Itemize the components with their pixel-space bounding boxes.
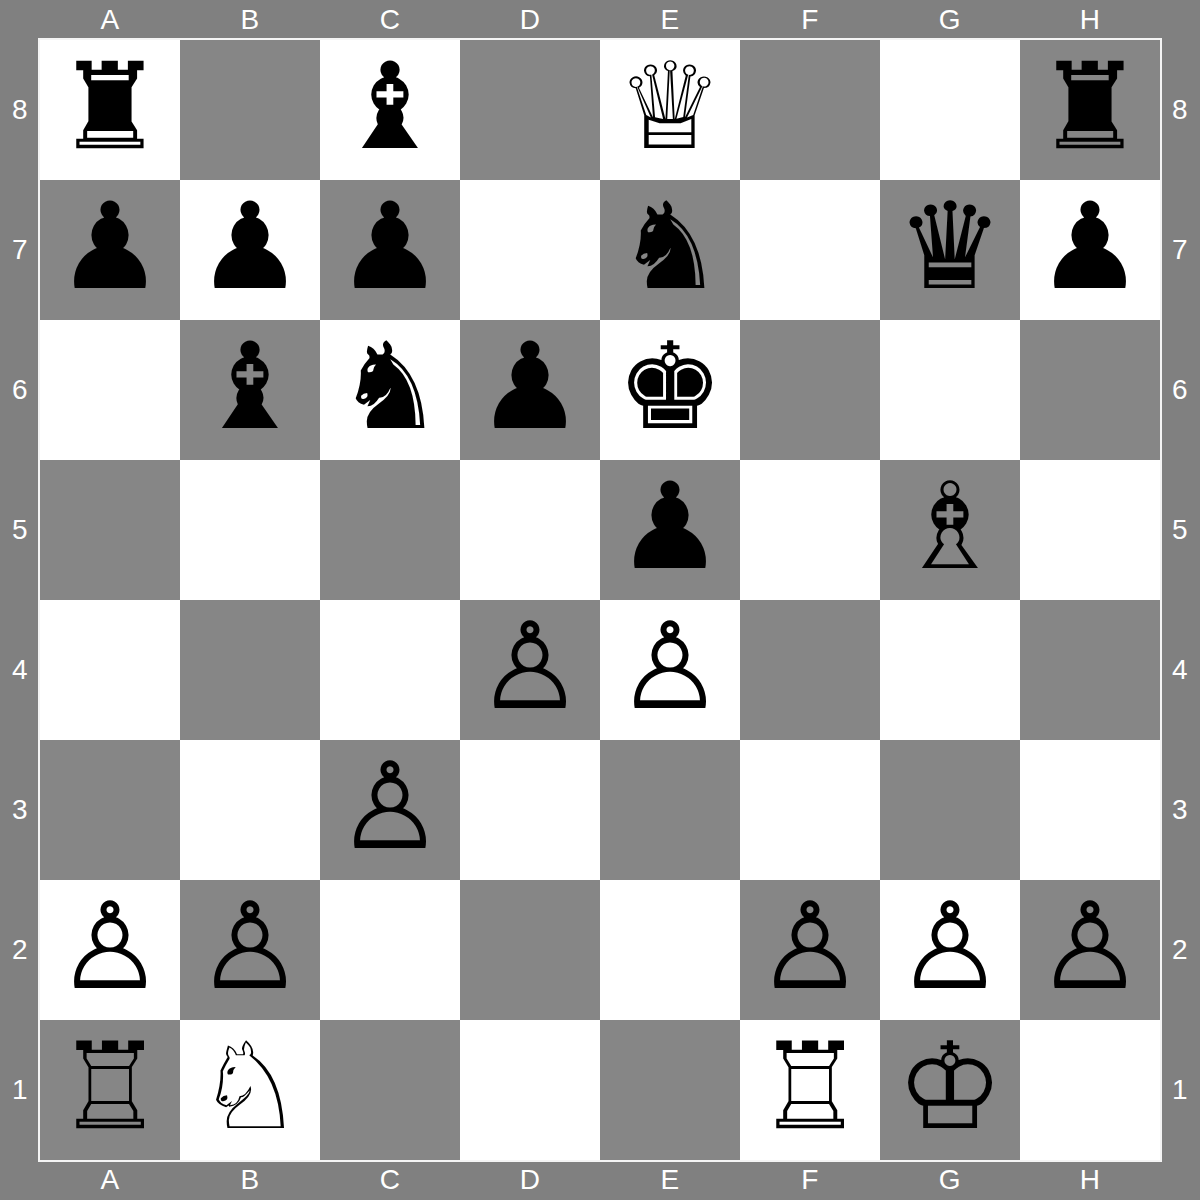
rank-label-right-5: 5 xyxy=(1160,460,1200,600)
black-bishop-piece[interactable]: ♝ xyxy=(336,40,444,177)
black-queen-piece[interactable]: ♛ xyxy=(896,180,1004,317)
square-e4[interactable]: ♙ xyxy=(600,600,740,740)
square-c8[interactable]: ♝ xyxy=(320,40,460,180)
square-f4[interactable] xyxy=(740,600,880,740)
square-g8[interactable] xyxy=(880,40,1020,180)
file-label-top-e: E xyxy=(600,0,740,40)
rank-label-left-3: 3 xyxy=(0,740,40,880)
rank-label-left-8: 8 xyxy=(0,40,40,180)
square-e2[interactable] xyxy=(600,880,740,1020)
square-a8[interactable]: ♜ xyxy=(40,40,180,180)
square-e1[interactable] xyxy=(600,1020,740,1160)
square-d6[interactable]: ♟ xyxy=(460,320,600,460)
frame-corner-bottom-right xyxy=(1160,1160,1200,1200)
white-pawn-piece[interactable]: ♙ xyxy=(1036,880,1144,1017)
square-c5[interactable] xyxy=(320,460,460,600)
square-h4[interactable] xyxy=(1020,600,1160,740)
file-label-top-f: F xyxy=(740,0,880,40)
square-c7[interactable]: ♟ xyxy=(320,180,460,320)
rank-label-right-2: 2 xyxy=(1160,880,1200,1020)
white-knight-piece[interactable]: ♘ xyxy=(196,1020,304,1157)
white-pawn-piece[interactable]: ♙ xyxy=(616,600,724,737)
square-b5[interactable] xyxy=(180,460,320,600)
file-label-top-a: A xyxy=(40,0,180,40)
rank-label-left-5: 5 xyxy=(0,460,40,600)
rank-label-right-8: 8 xyxy=(1160,40,1200,180)
white-pawn-piece[interactable]: ♙ xyxy=(756,880,864,1017)
rank-label-left-2: 2 xyxy=(0,880,40,1020)
rank-label-left-7: 7 xyxy=(0,180,40,320)
square-e6[interactable]: ♚ xyxy=(600,320,740,460)
square-f3[interactable] xyxy=(740,740,880,880)
square-g5[interactable]: ♗ xyxy=(880,460,1020,600)
rank-label-right-6: 6 xyxy=(1160,320,1200,460)
square-g6[interactable] xyxy=(880,320,1020,460)
square-h7[interactable]: ♟ xyxy=(1020,180,1160,320)
square-a3[interactable] xyxy=(40,740,180,880)
square-d8[interactable] xyxy=(460,40,600,180)
square-e8[interactable]: ♕ xyxy=(600,40,740,180)
square-e5[interactable]: ♟ xyxy=(600,460,740,600)
square-a7[interactable]: ♟ xyxy=(40,180,180,320)
square-d2[interactable] xyxy=(460,880,600,1020)
square-d5[interactable] xyxy=(460,460,600,600)
square-c4[interactable] xyxy=(320,600,460,740)
file-label-top-h: H xyxy=(1020,0,1160,40)
black-knight-piece[interactable]: ♞ xyxy=(336,320,444,457)
rank-label-right-3: 3 xyxy=(1160,740,1200,880)
file-label-bottom-d: D xyxy=(460,1160,600,1200)
square-f8[interactable] xyxy=(740,40,880,180)
file-label-top-d: D xyxy=(460,0,600,40)
rank-label-right-4: 4 xyxy=(1160,600,1200,740)
rank-label-right-1: 1 xyxy=(1160,1020,1200,1160)
square-e3[interactable] xyxy=(600,740,740,880)
square-h8[interactable]: ♜ xyxy=(1020,40,1160,180)
square-a6[interactable] xyxy=(40,320,180,460)
square-b4[interactable] xyxy=(180,600,320,740)
rank-label-left-4: 4 xyxy=(0,600,40,740)
square-a5[interactable] xyxy=(40,460,180,600)
square-c2[interactable] xyxy=(320,880,460,1020)
square-d7[interactable] xyxy=(460,180,600,320)
black-bishop-piece[interactable]: ♝ xyxy=(196,320,304,457)
square-h3[interactable] xyxy=(1020,740,1160,880)
square-a1[interactable]: ♖ xyxy=(40,1020,180,1160)
rank-label-right-7: 7 xyxy=(1160,180,1200,320)
square-a4[interactable] xyxy=(40,600,180,740)
white-pawn-piece[interactable]: ♙ xyxy=(896,880,1004,1017)
rank-label-left-6: 6 xyxy=(0,320,40,460)
file-label-top-c: C xyxy=(320,0,460,40)
white-bishop-piece[interactable]: ♗ xyxy=(896,460,1004,597)
white-pawn-piece[interactable]: ♙ xyxy=(196,880,304,1017)
square-h1[interactable] xyxy=(1020,1020,1160,1160)
square-g7[interactable]: ♛ xyxy=(880,180,1020,320)
rank-label-left-1: 1 xyxy=(0,1020,40,1160)
white-pawn-piece[interactable]: ♙ xyxy=(56,880,164,1017)
frame-corner-top-left xyxy=(0,0,40,40)
square-c6[interactable]: ♞ xyxy=(320,320,460,460)
file-label-bottom-g: G xyxy=(880,1160,1020,1200)
square-g4[interactable] xyxy=(880,600,1020,740)
square-f2[interactable]: ♙ xyxy=(740,880,880,1020)
square-f6[interactable] xyxy=(740,320,880,460)
black-rook-piece[interactable]: ♜ xyxy=(56,40,164,177)
file-label-bottom-a: A xyxy=(40,1160,180,1200)
square-b6[interactable]: ♝ xyxy=(180,320,320,460)
square-b2[interactable]: ♙ xyxy=(180,880,320,1020)
square-d1[interactable] xyxy=(460,1020,600,1160)
black-rook-piece[interactable]: ♜ xyxy=(1036,40,1144,177)
white-queen-piece[interactable]: ♕ xyxy=(616,40,724,177)
white-king-piece[interactable]: ♔ xyxy=(896,1020,1004,1157)
file-label-bottom-h: H xyxy=(1020,1160,1160,1200)
black-pawn-piece[interactable]: ♟ xyxy=(56,180,164,317)
black-pawn-piece[interactable]: ♟ xyxy=(616,460,724,597)
square-b8[interactable] xyxy=(180,40,320,180)
white-rook-piece[interactable]: ♖ xyxy=(756,1020,864,1157)
white-rook-piece[interactable]: ♖ xyxy=(56,1020,164,1157)
square-f1[interactable]: ♖ xyxy=(740,1020,880,1160)
square-b3[interactable] xyxy=(180,740,320,880)
square-a2[interactable]: ♙ xyxy=(40,880,180,1020)
square-h2[interactable]: ♙ xyxy=(1020,880,1160,1020)
file-label-bottom-e: E xyxy=(600,1160,740,1200)
square-f5[interactable] xyxy=(740,460,880,600)
white-pawn-piece[interactable]: ♙ xyxy=(476,600,584,737)
square-g3[interactable] xyxy=(880,740,1020,880)
frame-corner-bottom-left xyxy=(0,1160,40,1200)
square-e7[interactable]: ♞ xyxy=(600,180,740,320)
file-label-bottom-c: C xyxy=(320,1160,460,1200)
square-h6[interactable] xyxy=(1020,320,1160,460)
frame-corner-top-right xyxy=(1160,0,1200,40)
square-c1[interactable] xyxy=(320,1020,460,1160)
white-pawn-piece[interactable]: ♙ xyxy=(336,740,444,877)
black-pawn-piece[interactable]: ♟ xyxy=(196,180,304,317)
square-h5[interactable] xyxy=(1020,460,1160,600)
square-f7[interactable] xyxy=(740,180,880,320)
square-b7[interactable]: ♟ xyxy=(180,180,320,320)
square-b1[interactable]: ♘ xyxy=(180,1020,320,1160)
file-label-top-g: G xyxy=(880,0,1020,40)
black-pawn-piece[interactable]: ♟ xyxy=(1036,180,1144,317)
file-label-bottom-b: B xyxy=(180,1160,320,1200)
square-d3[interactable] xyxy=(460,740,600,880)
black-king-piece[interactable]: ♚ xyxy=(616,320,724,457)
black-knight-piece[interactable]: ♞ xyxy=(616,180,724,317)
file-label-bottom-f: F xyxy=(740,1160,880,1200)
square-c3[interactable]: ♙ xyxy=(320,740,460,880)
black-pawn-piece[interactable]: ♟ xyxy=(336,180,444,317)
square-g1[interactable]: ♔ xyxy=(880,1020,1020,1160)
square-g2[interactable]: ♙ xyxy=(880,880,1020,1020)
square-d4[interactable]: ♙ xyxy=(460,600,600,740)
chess-board: ABCDEFGH8♜♝♕♜87♟♟♟♞♛♟76♝♞♟♚65♟♗54♙♙43♙32… xyxy=(0,0,1200,1200)
file-label-top-b: B xyxy=(180,0,320,40)
black-pawn-piece[interactable]: ♟ xyxy=(476,320,584,457)
